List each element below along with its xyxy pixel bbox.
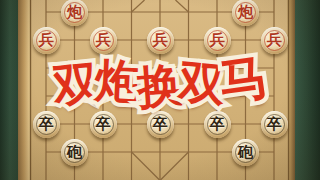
- black-soldier-piece[interactable]: 卒: [147, 111, 174, 138]
- thumbnail-frame: 炮炮兵兵兵兵兵卒卒卒卒卒砲砲 双炮换双马: [0, 0, 320, 180]
- red-cannon-piece[interactable]: 炮: [61, 0, 88, 26]
- black-soldier-piece[interactable]: 卒: [204, 111, 231, 138]
- black-soldier-piece[interactable]: 卒: [90, 111, 117, 138]
- red-cannon-piece[interactable]: 炮: [232, 0, 259, 26]
- black-cannon-piece[interactable]: 砲: [232, 139, 259, 166]
- piece-character: 兵: [267, 33, 282, 48]
- piece-character: 砲: [238, 145, 253, 160]
- red-soldier-piece[interactable]: 兵: [147, 27, 174, 54]
- piece-character: 兵: [153, 33, 168, 48]
- piece-character: 卒: [153, 117, 168, 132]
- piece-character: 炮: [67, 5, 82, 20]
- red-soldier-piece[interactable]: 兵: [33, 27, 60, 54]
- piece-character: 炮: [238, 5, 253, 20]
- red-soldier-piece[interactable]: 兵: [204, 27, 231, 54]
- red-soldier-piece[interactable]: 兵: [90, 27, 117, 54]
- pieces-layer: 炮炮兵兵兵兵兵卒卒卒卒卒砲砲: [0, 0, 320, 180]
- black-soldier-piece[interactable]: 卒: [261, 111, 288, 138]
- piece-character: 兵: [96, 33, 111, 48]
- piece-character: 卒: [39, 117, 54, 132]
- piece-character: 卒: [210, 117, 225, 132]
- piece-character: 砲: [67, 145, 82, 160]
- black-soldier-piece[interactable]: 卒: [33, 111, 60, 138]
- red-soldier-piece[interactable]: 兵: [261, 27, 288, 54]
- piece-character: 兵: [210, 33, 225, 48]
- piece-character: 卒: [96, 117, 111, 132]
- piece-character: 卒: [267, 117, 282, 132]
- black-cannon-piece[interactable]: 砲: [61, 139, 88, 166]
- piece-character: 兵: [39, 33, 54, 48]
